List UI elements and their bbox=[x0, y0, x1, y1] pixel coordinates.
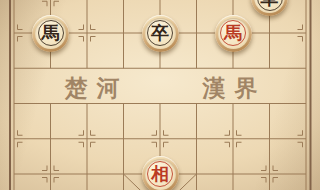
piece-character: 卒 bbox=[151, 24, 169, 42]
piece-character: 相 bbox=[151, 165, 169, 183]
river-label-chu-he: 楚河 bbox=[12, 75, 172, 103]
piece-black-horse[interactable]: 馬 bbox=[32, 15, 69, 52]
xiangqi-board[interactable]: 楚河 漢界 馬卒馬車相 bbox=[0, 0, 320, 190]
piece-character: 車 bbox=[261, 0, 279, 7]
piece-face: 相 bbox=[145, 159, 176, 190]
piece-face: 馬 bbox=[35, 18, 66, 49]
piece-red-elephant[interactable]: 相 bbox=[142, 156, 179, 191]
piece-red-horse[interactable]: 馬 bbox=[215, 15, 252, 52]
piece-face: 卒 bbox=[145, 18, 176, 49]
piece-face: 馬 bbox=[218, 18, 249, 49]
piece-character: 馬 bbox=[42, 24, 60, 42]
river-label-han-jie: 漢界 bbox=[150, 75, 310, 103]
piece-character: 馬 bbox=[224, 24, 242, 42]
piece-black-soldier[interactable]: 卒 bbox=[142, 15, 179, 52]
piece-face: 車 bbox=[254, 0, 285, 13]
